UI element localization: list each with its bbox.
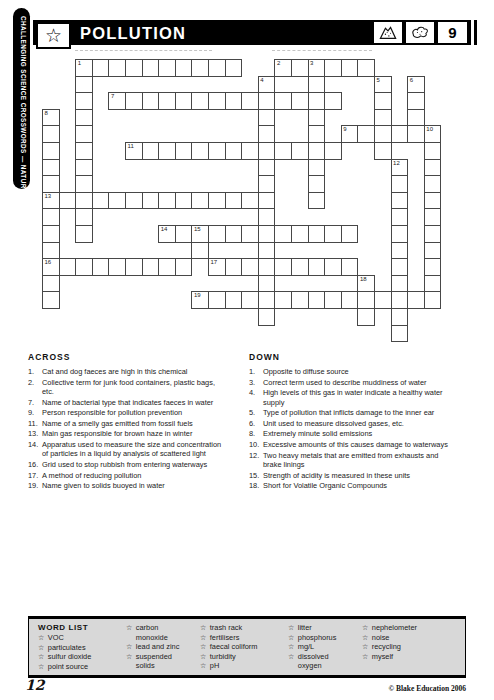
grid-cell-r10c18 — [341, 225, 359, 243]
grid-cell-r4c2 — [75, 125, 93, 143]
grid-cell-r12c1 — [59, 258, 77, 276]
grid-cell-r8c2 — [75, 192, 93, 210]
clue-number: 10. — [249, 440, 263, 449]
clue-across-16: 16.Grid used to stop rubbish from enteri… — [28, 460, 224, 469]
header-bar: ☆ POLLUTION 9 — [33, 20, 471, 45]
page-number: 12 — [25, 677, 44, 693]
clue-text: Opposite to diffuse source — [263, 367, 455, 376]
star-bullet-icon: ☆ — [288, 633, 294, 643]
word-list-item: ☆suspended solids — [126, 652, 200, 671]
grid-cell-r12c10: 17 — [208, 258, 226, 276]
grid-cell-r10c11 — [225, 225, 243, 243]
grid-cell-r0c7 — [158, 59, 176, 77]
grid-cell-r8c0: 13 — [42, 192, 60, 210]
grid-cell-r12c4 — [108, 258, 126, 276]
clue-number: 4. — [249, 388, 263, 407]
word-list-item: ☆mg/L — [288, 642, 362, 652]
clue-across-17: 17.A method of reducing pollution — [28, 471, 224, 480]
grid-cell-r3c0: 8 — [42, 109, 60, 127]
cell-number-5: 5 — [377, 77, 380, 84]
grid-cell-r11c21 — [391, 242, 409, 260]
grid-cell-r6c23 — [424, 159, 442, 177]
grid-cell-r5c10 — [208, 142, 226, 160]
across-heading: ACROSS — [28, 352, 224, 362]
grid-cell-r5c0 — [42, 142, 60, 160]
dotted-guide-line — [75, 50, 212, 51]
grid-cell-r7c13 — [258, 175, 276, 193]
star-bullet-icon: ☆ — [200, 661, 206, 671]
grid-cell-r14c23 — [424, 291, 442, 309]
grid-cell-r12c8 — [175, 258, 193, 276]
grid-cell-r14c17 — [324, 291, 342, 309]
grid-cell-r7c23 — [424, 175, 442, 193]
grid-cell-r3c2 — [75, 109, 93, 127]
grid-cell-r14c19 — [357, 291, 375, 309]
grid-cell-r10c23 — [424, 225, 442, 243]
word-list-item: ☆pH — [200, 661, 288, 671]
grid-cell-r2c8 — [175, 92, 193, 110]
word-list-term: lead and zinc — [136, 642, 186, 652]
word-list-item: ☆noise — [362, 633, 458, 643]
word-list-item: ☆turbidity — [200, 652, 288, 662]
word-list-item: ☆dissolved oxygen — [288, 652, 362, 671]
grid-cell-r2c13 — [258, 92, 276, 110]
grid-cell-r2c10 — [208, 92, 226, 110]
grid-cell-r4c23: 10 — [424, 125, 442, 143]
grid-cell-r5c5: 11 — [125, 142, 143, 160]
grid-cell-r0c10 — [208, 59, 226, 77]
clue-number: 15. — [249, 471, 263, 480]
clue-text: Apparatus used to measure the size and c… — [42, 440, 224, 459]
grid-cell-r0c4 — [108, 59, 126, 77]
star-box: ☆ — [36, 22, 71, 49]
grid-cell-r5c7 — [158, 142, 176, 160]
word-list-item: ☆sulfur dioxide — [38, 652, 126, 662]
word-list-term: myself — [372, 652, 458, 662]
grid-cell-r10c9: 15 — [191, 225, 209, 243]
grid-cell-r2c4: 7 — [108, 92, 126, 110]
grid-cell-r8c8 — [175, 192, 193, 210]
grid-cell-r10c8 — [175, 225, 193, 243]
grid-cell-r14c21 — [391, 291, 409, 309]
grid-cell-r10c14 — [274, 225, 292, 243]
grid-cell-r15c13 — [258, 308, 276, 326]
clue-text: Person responsible for pollution prevent… — [42, 408, 224, 417]
grid-cell-r12c3 — [92, 258, 110, 276]
grid-cell-r1c20: 5 — [374, 76, 392, 94]
clue-text: Name given to solids buoyed in water — [42, 481, 224, 490]
clue-number: 11. — [28, 419, 42, 428]
word-list-box: WORD LIST☆VOC☆particulates☆sulfur dioxid… — [28, 616, 466, 678]
grid-cell-r12c2 — [75, 258, 93, 276]
clue-number: 2. — [28, 378, 42, 397]
clue-across-9: 9.Person responsible for pollution preve… — [28, 408, 224, 417]
worksheet-page: CHALLENGING SCIENCE CROSSWORDS — NATURE … — [0, 0, 494, 700]
grid-cell-r12c15 — [291, 258, 309, 276]
grid-cell-r2c15 — [291, 92, 309, 110]
clue-number: 8. — [249, 429, 263, 438]
clue-text: High levels of this gas in water indicat… — [263, 388, 455, 407]
grid-cell-r5c13 — [258, 142, 276, 160]
grid-cell-r10c17 — [324, 225, 342, 243]
grid-cell-r5c12 — [241, 142, 259, 160]
clue-across-19: 19.Name given to solids buoyed in water — [28, 481, 224, 490]
grid-cell-r6c16 — [308, 159, 326, 177]
star-bullet-icon: ☆ — [200, 652, 206, 662]
clue-number: 19. — [28, 481, 42, 490]
grid-cell-r10c10 — [208, 225, 226, 243]
clue-number: 16. — [28, 460, 42, 469]
clue-across-11: 11.Name of a smelly gas emitted from fos… — [28, 419, 224, 428]
grid-cell-r5c17 — [324, 142, 342, 160]
word-list-term: carbon monoxide — [136, 623, 186, 642]
grid-cell-r6c13 — [258, 159, 276, 177]
grid-cell-r14c13 — [258, 291, 276, 309]
clue-across-1: 1.Cat and dog faeces are high in this ch… — [28, 367, 224, 376]
word-list-item: ☆myself — [362, 652, 458, 662]
grid-cell-r0c15 — [291, 59, 309, 77]
clue-down-1: 1.Opposite to diffuse source — [249, 367, 455, 376]
star-bullet-icon: ☆ — [200, 642, 206, 652]
star-bullet-icon: ☆ — [200, 633, 206, 643]
grid-cell-r2c12 — [241, 92, 259, 110]
star-bullet-icon: ☆ — [200, 623, 206, 633]
grid-cell-r1c22: 6 — [407, 76, 425, 94]
grid-cell-r1c2 — [75, 76, 93, 94]
grid-cell-r1c13: 4 — [258, 76, 276, 94]
grid-cell-r0c5 — [125, 59, 143, 77]
series-tab-label: CHALLENGING SCIENCE CROSSWORDS — NATURE — [20, 16, 27, 188]
grid-cell-r8c4 — [108, 192, 126, 210]
grid-cell-r0c9 — [191, 59, 209, 77]
grid-cell-r15c19 — [357, 308, 375, 326]
cell-number-16: 16 — [45, 259, 52, 266]
grid-cell-r0c6 — [142, 59, 160, 77]
grid-cell-r4c18: 9 — [341, 125, 359, 143]
grid-cell-r8c1 — [59, 192, 77, 210]
grid-cell-r0c14: 2 — [274, 59, 292, 77]
clue-number: 5. — [249, 408, 263, 417]
grid-cell-r11c9 — [191, 242, 209, 260]
clue-number: 18. — [249, 481, 263, 490]
cell-number-10: 10 — [426, 126, 433, 133]
word-list-item: ☆nephelometer — [362, 623, 458, 633]
grid-cell-r6c0 — [42, 159, 60, 177]
grid-cell-r11c0 — [42, 242, 60, 260]
dotted-guide-line — [272, 50, 372, 51]
word-list-term: sulfur dioxide — [48, 652, 126, 662]
word-list-term: VOC — [48, 633, 126, 643]
clue-down-12: 12.Two heavy metals that are emitted fro… — [249, 451, 455, 470]
grid-cell-r14c9: 19 — [191, 291, 209, 309]
grid-cell-r12c23 — [424, 258, 442, 276]
word-list-term: trash rack — [210, 623, 288, 633]
word-list-item: ☆trash rack — [200, 623, 288, 633]
cell-number-1: 1 — [78, 60, 81, 67]
grid-cell-r0c18 — [341, 59, 359, 77]
down-clues-section: DOWN 1.Opposite to diffuse source3.Corre… — [249, 352, 455, 492]
cell-number-6: 6 — [410, 77, 413, 84]
word-list-term: suspended solids — [136, 652, 186, 671]
grid-cell-r8c10 — [208, 192, 226, 210]
grid-cell-r9c13 — [258, 208, 276, 226]
down-clue-list: 1.Opposite to diffuse source3.Correct te… — [249, 367, 455, 491]
grid-cell-r4c13 — [258, 125, 276, 143]
grid-cell-r12c14 — [274, 258, 292, 276]
volcano-doodle-icon — [374, 22, 402, 43]
clue-number: 6. — [249, 419, 263, 428]
word-list-item: ☆carbon monoxide — [126, 623, 200, 642]
grid-cell-r2c9 — [191, 92, 209, 110]
grid-cell-r8c5 — [125, 192, 143, 210]
grid-cell-r14c15 — [291, 291, 309, 309]
grid-cell-r0c11 — [225, 59, 243, 77]
clue-across-14: 14.Apparatus used to measure the size an… — [28, 440, 224, 459]
clue-number: 7. — [28, 398, 42, 407]
star-bullet-icon: ☆ — [126, 623, 132, 642]
grid-cell-r8c13 — [258, 192, 276, 210]
page-title: POLLUTION — [80, 24, 186, 43]
grid-cell-r5c8 — [175, 142, 193, 160]
across-clue-list: 1.Cat and dog faeces are high in this ch… — [28, 367, 224, 491]
grid-cell-r8c6 — [142, 192, 160, 210]
grid-cell-r10c2 — [75, 225, 93, 243]
grid-cell-r10c0 — [42, 225, 60, 243]
word-list-item: ☆recycling — [362, 642, 458, 652]
clue-number: 17. — [28, 471, 42, 480]
grid-cell-r1c16 — [308, 76, 326, 94]
grid-cell-r5c16 — [308, 142, 326, 160]
grid-cell-r8c21 — [391, 192, 409, 210]
clue-text: Strength of acidity is measured in these… — [263, 471, 455, 480]
grid-cell-r12c18 — [341, 258, 359, 276]
grid-cell-r5c20 — [374, 142, 392, 160]
puzzle-number: 9 — [438, 22, 467, 43]
grid-cell-r2c20 — [374, 92, 392, 110]
grid-cell-r4c20 — [374, 125, 392, 143]
grid-cell-r8c7 — [158, 192, 176, 210]
grid-cell-r11c23 — [424, 242, 442, 260]
word-list-item: ☆particulates — [38, 643, 126, 653]
grid-cell-r2c11 — [225, 92, 243, 110]
clue-text: Grid used to stop rubbish from entering … — [42, 460, 224, 469]
grid-cell-r8c16 — [308, 192, 326, 210]
star-bullet-icon: ☆ — [288, 652, 294, 671]
clue-number: 9. — [28, 408, 42, 417]
grid-cell-r12c5 — [125, 258, 143, 276]
grid-cell-r2c6 — [142, 92, 160, 110]
word-list-item: ☆faecal coliform — [200, 642, 288, 652]
header-end-stripe — [474, 20, 477, 45]
word-list-term: fertilisers — [210, 633, 288, 643]
grid-cell-r14c22 — [407, 291, 425, 309]
grid-cell-r9c23 — [424, 208, 442, 226]
grid-cell-r6c2 — [75, 159, 93, 177]
clue-text: Main gas responsible for brown haze in w… — [42, 429, 224, 438]
clue-number: 13. — [28, 429, 42, 438]
word-list-item: ☆lead and zinc — [126, 642, 200, 652]
clue-across-7: 7.Name of bacterial type that indicates … — [28, 398, 224, 407]
clue-down-10: 10.Excessive amounts of this causes dama… — [249, 440, 455, 449]
grid-cell-r0c2: 1 — [75, 59, 93, 77]
clue-text: Collective term for junk food containers… — [42, 378, 224, 397]
grid-cell-r13c21 — [391, 275, 409, 293]
clue-text: Name of bacterial type that indicates fa… — [42, 398, 224, 407]
grid-cell-r2c17 — [324, 92, 342, 110]
grid-cell-r2c14 — [274, 92, 292, 110]
clue-text: Short for Volatile Organic Compounds — [263, 481, 455, 490]
cell-number-4: 4 — [260, 77, 263, 84]
grid-cell-r7c0 — [42, 175, 60, 193]
grid-cell-r9c0 — [42, 208, 60, 226]
cell-number-8: 8 — [45, 110, 48, 117]
star-bullet-icon: ☆ — [38, 643, 44, 653]
grid-cell-r5c11 — [225, 142, 243, 160]
cell-number-12: 12 — [393, 160, 400, 167]
grid-cell-r14c16 — [308, 291, 326, 309]
grid-cell-r7c16 — [308, 175, 326, 193]
series-tab: CHALLENGING SCIENCE CROSSWORDS — NATURE — [13, 8, 30, 189]
word-list-column-1: WORD LIST☆VOC☆particulates☆sulfur dioxid… — [38, 623, 126, 675]
grid-cell-r8c11 — [225, 192, 243, 210]
cell-number-14: 14 — [161, 226, 168, 233]
clue-text: Type of pollution that inflicts damage t… — [263, 408, 455, 417]
star-bullet-icon: ☆ — [362, 642, 368, 652]
word-list-term: particulates — [48, 643, 126, 653]
grid-cell-r4c16 — [308, 125, 326, 143]
clue-text: Name of a smelly gas emitted from fossil… — [42, 419, 224, 428]
grid-cell-r14c10 — [208, 291, 226, 309]
star-bullet-icon: ☆ — [38, 633, 44, 643]
grid-cell-r13c0 — [42, 275, 60, 293]
word-list-term: litter — [298, 623, 345, 633]
word-list-term: mg/L — [298, 642, 345, 652]
grid-cell-r8c23 — [424, 192, 442, 210]
smog-doodle-icon — [406, 22, 434, 43]
clue-text: Correct term used to describe muddiness … — [263, 378, 455, 387]
star-bullet-icon: ☆ — [362, 623, 368, 633]
clue-down-4: 4.High levels of this gas in water indic… — [249, 388, 455, 407]
clue-down-15: 15.Strength of acidity is measured in th… — [249, 471, 455, 480]
grid-cell-r9c2 — [75, 208, 93, 226]
cell-number-18: 18 — [360, 276, 367, 283]
word-list-term: noise — [372, 633, 458, 643]
grid-cell-r14c18 — [341, 291, 359, 309]
grid-cell-r13c13 — [258, 275, 276, 293]
grid-cell-r10c7: 14 — [158, 225, 176, 243]
clue-down-8: 8.Extremely minute solid emissions — [249, 429, 455, 438]
star-bullet-icon: ☆ — [288, 642, 294, 652]
grid-cell-r3c16 — [308, 109, 326, 127]
grid-cell-r3c13 — [258, 109, 276, 127]
star-bullet-icon: ☆ — [288, 623, 294, 633]
grid-cell-r4c0 — [42, 125, 60, 143]
grid-cell-r3c20 — [374, 109, 392, 127]
grid-cell-r7c21 — [391, 175, 409, 193]
word-list-term: dissolved oxygen — [298, 652, 345, 671]
grid-cell-r12c7 — [158, 258, 176, 276]
grid-cell-r2c2 — [75, 92, 93, 110]
grid-cell-r6c21: 12 — [391, 159, 409, 177]
clue-number: 1. — [249, 367, 263, 376]
clue-number: 3. — [249, 378, 263, 387]
grid-cell-r15c21 — [391, 308, 409, 326]
grid-cell-r3c22 — [407, 109, 425, 127]
grid-cell-r12c12 — [241, 258, 259, 276]
grid-cell-r0c16: 3 — [308, 59, 326, 77]
grid-cell-r14c12 — [241, 291, 259, 309]
cell-number-17: 17 — [211, 259, 218, 266]
grid-cell-r12c17 — [324, 258, 342, 276]
across-clues-section: ACROSS 1.Cat and dog faeces are high in … — [28, 352, 224, 492]
grid-cell-r13c23 — [424, 275, 442, 293]
grid-cell-r0c17 — [324, 59, 342, 77]
word-list-item: ☆litter — [288, 623, 362, 633]
grid-cell-r12c11 — [225, 258, 243, 276]
grid-cell-r5c6 — [142, 142, 160, 160]
grid-cell-r10c15 — [291, 225, 309, 243]
clue-text: Excessive amounts of this causes damage … — [263, 440, 455, 449]
grid-cell-r9c21 — [391, 208, 409, 226]
word-list-columns: WORD LIST☆VOC☆particulates☆sulfur dioxid… — [38, 623, 459, 675]
word-list-title: WORD LIST — [38, 623, 126, 632]
word-list-item: ☆point source — [38, 662, 126, 672]
copyright-notice: © Blake Education 2006 — [389, 684, 467, 693]
star-bullet-icon: ☆ — [38, 662, 44, 672]
grid-cell-r14c0 — [42, 291, 60, 309]
down-heading: DOWN — [249, 352, 455, 362]
clue-number: 12. — [249, 451, 263, 470]
grid-cell-r16c21 — [391, 325, 409, 343]
grid-cell-r12c0: 16 — [42, 258, 60, 276]
cell-number-11: 11 — [128, 143, 134, 150]
grid-cell-r0c19 — [357, 59, 375, 77]
clue-down-6: 6.Unit used to measure dissolved gases, … — [249, 419, 455, 428]
star-bullet-icon: ☆ — [126, 642, 132, 652]
grid-cell-r5c23 — [424, 142, 442, 160]
word-list-term: pH — [210, 661, 288, 671]
clue-text: Cat and dog faeces are high in this chem… — [42, 367, 224, 376]
cell-number-13: 13 — [45, 193, 52, 200]
grid-cell-r0c3 — [92, 59, 110, 77]
grid-cell-r5c15 — [291, 142, 309, 160]
grid-cell-r10c16 — [308, 225, 326, 243]
grid-cell-r14c14 — [274, 291, 292, 309]
word-list-column-2: ☆carbon monoxide☆lead and zinc☆suspended… — [126, 623, 200, 675]
word-list-term: phosphorus — [298, 633, 345, 643]
grid-cell-r5c9 — [191, 142, 209, 160]
grid-cell-r4c22 — [407, 125, 425, 143]
grid-cell-r2c22 — [407, 92, 425, 110]
clue-text: A method of reducing pollution — [42, 471, 224, 480]
cell-number-9: 9 — [343, 126, 346, 133]
cell-number-7: 7 — [111, 93, 114, 100]
grid-cell-r10c13 — [258, 225, 276, 243]
word-list-term: recycling — [372, 642, 458, 652]
clue-down-3: 3.Correct term used to describe muddines… — [249, 378, 455, 387]
clue-down-18: 18.Short for Volatile Organic Compounds — [249, 481, 455, 490]
star-icon: ☆ — [45, 25, 62, 46]
grid-cell-r14c11 — [225, 291, 243, 309]
grid-cell-r11c13 — [258, 242, 276, 260]
cell-number-2: 2 — [277, 60, 280, 67]
grid-cell-r8c12 — [241, 192, 259, 210]
grid-cell-r13c19: 18 — [357, 275, 375, 293]
word-list-term: turbidity — [210, 652, 288, 662]
grid-cell-r7c2 — [75, 175, 93, 193]
grid-cell-r12c6 — [142, 258, 160, 276]
grid-cell-r8c9 — [191, 192, 209, 210]
